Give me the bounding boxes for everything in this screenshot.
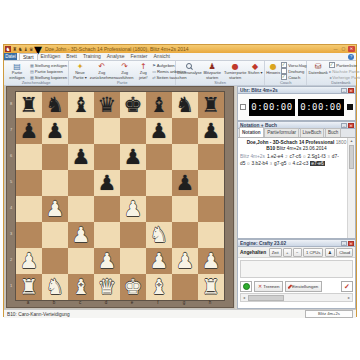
database-button[interactable]: ⛁ Datenbank	[308, 62, 328, 76]
square-e5[interactable]	[120, 170, 146, 196]
piece-white-pawn: ♟	[202, 248, 221, 274]
meta-token: Blitz 4m+2s	[240, 154, 265, 159]
rank-label-4: 4	[7, 195, 15, 221]
ribbon-tab-analyse[interactable]: Analyse	[104, 53, 128, 60]
ribbon-group-clipboard: ▤ Partie einfügen ▦ Stellung einfügen ▤ …	[4, 61, 69, 85]
rank-label-1: 1	[7, 273, 15, 299]
square-e8[interactable]: ♚	[120, 92, 146, 118]
ribbon-tab-ansicht[interactable]: Ansicht	[151, 53, 173, 60]
engine-time-button[interactable]: Zeit	[269, 248, 282, 257]
piece-black-pawn: ♟	[202, 118, 221, 144]
engine-panel: Engine: Crafty 23.02 – ✕ Angehalten Zeit…	[237, 239, 356, 309]
move-now-button[interactable]: ↑ Zug jetzt!	[135, 62, 151, 80]
notation-content: Doe,John - 3D-Schach 14 Professional 180…	[238, 138, 355, 238]
square-a4[interactable]	[16, 196, 42, 222]
rank-labels: 87654321	[7, 91, 15, 299]
engine-toolbar: Angehalten Zeit + − 1 CPUs ♟ Cloud	[238, 247, 355, 258]
ribbon-tab-fenster[interactable]: Fenster	[128, 53, 151, 60]
square-a3[interactable]	[16, 222, 42, 248]
square-g7[interactable]	[172, 118, 198, 144]
board-panel: 87654321 ♜♞♝♛♚♝♞♜♟♟♟♟♟♟♟♟♟♟♟♞♟♟♟♟♟♜♞♝♛♚♝…	[4, 86, 235, 309]
piece-black-knight: ♞	[46, 92, 65, 118]
infinite-analysis-button[interactable]: Daueranalyse	[177, 62, 201, 76]
square-b2[interactable]	[42, 248, 68, 274]
rank-label-5: 5	[7, 169, 15, 195]
piece-white-bishop: ♝	[72, 274, 91, 300]
move-token[interactable]: 2.Sg1-f3	[307, 154, 325, 159]
engine-analysis-area	[240, 260, 353, 278]
square-e4[interactable]: ♟	[120, 196, 146, 222]
square-e3[interactable]	[120, 222, 146, 248]
square-c6[interactable]: ♟	[68, 144, 94, 170]
square-f1[interactable]: ♝	[146, 274, 172, 300]
square-h2[interactable]: ♟	[198, 248, 224, 274]
engine-on-button[interactable]	[240, 281, 252, 292]
move-token[interactable]: c7-c6	[289, 154, 301, 159]
time-token: 0	[303, 154, 305, 159]
move-token[interactable]: 3.b2-b4	[252, 161, 268, 166]
square-f7[interactable]: ♟	[146, 118, 172, 144]
square-h6[interactable]	[198, 144, 224, 170]
app-window: ♞ ♜♞♝♛ ▾ Doe,John - 3D-Schach 14 Profess…	[3, 44, 357, 317]
black-clock: 0:00:00	[298, 99, 344, 116]
start-tournament-button[interactable]: ● Turnierpartie starten	[223, 62, 247, 80]
move-list[interactable]: Blitz 4m+2s1.e2-e42c7-c602.Sg1-f33d7-d50…	[240, 154, 347, 167]
piece-black-rook: ♜	[20, 92, 39, 118]
time-token: 0	[247, 161, 249, 166]
piece-black-pawn: ♟	[98, 170, 117, 196]
piece-white-rook: ♜	[202, 274, 221, 300]
engine-minus-button[interactable]: −	[293, 248, 301, 257]
forward-move-button[interactable]: ↷ Zug ausführen	[114, 62, 136, 80]
square-c5[interactable]	[68, 170, 94, 196]
quick-access-icon[interactable]: ♜	[13, 46, 17, 52]
square-b7[interactable]: ♟	[42, 118, 68, 144]
ribbon-tab-training[interactable]: Training	[80, 53, 104, 60]
close-panel-icon[interactable]: ✕	[348, 241, 354, 246]
notation-tabs: NotationPartieformularLiveBuchBuch	[238, 129, 355, 138]
engine-cpus-button[interactable]: 1 CPUs	[303, 248, 323, 257]
scroll-thumb[interactable]	[248, 295, 284, 301]
settings-button[interactable]: Einstellungen	[285, 281, 322, 292]
piece-black-bishop: ♝	[150, 92, 169, 118]
square-g1[interactable]	[172, 274, 198, 300]
right-column: Uhr: Blitz 4m+2s – ✕ 0:00:00 0:00:00 Not…	[237, 86, 356, 309]
clock-panel: Uhr: Blitz 4m+2s – ✕ 0:00:00 0:00:00	[237, 86, 356, 121]
white-clock: 0:00:00	[249, 99, 295, 116]
piece-white-knight: ♞	[150, 222, 169, 248]
square-a1[interactable]: ♜	[16, 274, 42, 300]
engine-bottom-bar: ✕ Trennen Einstellungen ✓	[238, 280, 355, 292]
file-label-a: a	[15, 298, 41, 307]
piece-black-pawn: ♟	[72, 144, 91, 170]
file-label-h: h	[197, 298, 223, 307]
file-label-c: c	[67, 298, 93, 307]
square-a7[interactable]: ♟	[16, 118, 42, 144]
piece-white-pawn: ♟	[20, 248, 39, 274]
square-e6[interactable]: ♟	[120, 144, 146, 170]
start-blitz-button[interactable]: ♟ Blitzpartie starten	[201, 62, 223, 80]
square-g5[interactable]: ♟	[172, 170, 198, 196]
time-token: 3	[270, 161, 272, 166]
square-f3[interactable]: ♞	[146, 222, 172, 248]
scroll-right-icon[interactable]: ►	[346, 296, 352, 300]
file-labels: abcdefgh	[15, 298, 223, 307]
move-token[interactable]: g7-g5	[274, 161, 286, 166]
ribbon-tab-row: Datei StartEinfügenBrettTrainingAnalyseF…	[4, 53, 356, 61]
notation-tab-partieformular[interactable]: Partieformular	[264, 128, 299, 137]
square-e1[interactable]: ♚	[120, 274, 146, 300]
piece-black-pawn: ♟	[176, 170, 195, 196]
rank-label-3: 3	[7, 221, 15, 247]
engine-status: Angehalten	[240, 250, 266, 255]
square-b1[interactable]: ♞	[42, 274, 68, 300]
square-c4[interactable]	[68, 196, 94, 222]
square-f8[interactable]: ♝	[146, 92, 172, 118]
scroll-left-icon[interactable]: ◄	[241, 296, 247, 300]
opening-name: B10: Caro-Kann-Verteidigung	[7, 312, 305, 317]
scissors-icon: ✕	[258, 282, 262, 291]
square-d8[interactable]: ♛	[94, 92, 120, 118]
file-label-b: b	[41, 298, 67, 307]
minimize-button[interactable]: —	[332, 46, 339, 52]
square-h4[interactable]	[198, 196, 224, 222]
notation-panel: Notation + Buch – ✕ NotationPartieformul…	[237, 121, 356, 239]
piece-black-knight: ♞	[176, 92, 195, 118]
take-back-button[interactable]: ↶ Zug zurücknehmen	[90, 62, 114, 80]
square-g3[interactable]	[172, 222, 198, 248]
rank-label-8: 8	[7, 91, 15, 117]
time-token: 0	[288, 161, 290, 166]
square-a8[interactable]: ♜	[16, 92, 42, 118]
square-h7[interactable]: ♟	[198, 118, 224, 144]
square-g4[interactable]	[172, 196, 198, 222]
rank-label-6: 6	[7, 143, 15, 169]
square-f6[interactable]	[146, 144, 172, 170]
move-token[interactable]: e7-e6	[310, 161, 324, 166]
ribbon: ▤ Partie einfügen ▦ Stellung einfügen ▤ …	[4, 61, 356, 86]
title-bar: ♞ ♜♞♝♛ ▾ Doe,John - 3D-Schach 14 Profess…	[4, 45, 356, 53]
close-panel-icon[interactable]: ✕	[348, 123, 354, 128]
piece-white-king: ♚	[124, 274, 143, 300]
square-e2[interactable]	[120, 248, 146, 274]
square-b3[interactable]	[42, 222, 68, 248]
ribbon-group-levels: Daueranalyse ♟ Blitzpartie starten ● Tur…	[176, 61, 265, 85]
piece-black-bishop: ♝	[72, 92, 91, 118]
copy-icon: ▤	[30, 69, 34, 74]
flag-icon: ⚑	[152, 63, 156, 68]
square-d3[interactable]	[94, 222, 120, 248]
engine-piece-icon[interactable]: ♟	[325, 248, 335, 257]
black-side-indicator	[347, 104, 353, 110]
ribbon-group-database: ⛁ Datenbank Partienliste ▸ Nächste Parti…	[307, 61, 360, 85]
close-panel-icon[interactable]: ✕	[348, 88, 354, 93]
ribbon-group-game: ✦ Neue Partie ▾ ↶ Zug zurücknehmen ↷ Zug…	[69, 61, 176, 85]
square-c1[interactable]: ♝	[68, 274, 94, 300]
status-bar: B10: Caro-Kann-Verteidigung Blitz 4m+2s	[4, 309, 356, 318]
window-title: Doe,John - 3D-Schach 14 Professional (18…	[45, 46, 332, 52]
notation-scrollbar[interactable]: ▲	[347, 138, 355, 238]
square-h3[interactable]	[198, 222, 224, 248]
handshake-icon: ▭	[152, 69, 156, 74]
engine-cloud-button[interactable]: Cloud	[336, 248, 353, 257]
rank-label-2: 2	[7, 247, 15, 273]
piece-white-pawn: ♟	[72, 222, 91, 248]
piece-black-pawn: ♟	[124, 144, 143, 170]
ribbon-tab-einfügen[interactable]: Einfügen	[38, 53, 64, 60]
square-d7[interactable]	[94, 118, 120, 144]
engine-plus-button[interactable]: +	[283, 248, 291, 257]
square-g6[interactable]	[172, 144, 198, 170]
previous-icon: ◂	[329, 75, 331, 80]
piece-white-pawn: ♟	[46, 196, 65, 222]
file-tab[interactable]: Datei	[4, 53, 17, 60]
ribbon-tabs: StartEinfügenBrettTrainingAnalyseFenster…	[19, 53, 173, 60]
square-c2[interactable]	[68, 248, 94, 274]
app-icon: ♞	[5, 46, 11, 52]
piece-white-pawn: ♟	[98, 248, 117, 274]
notation-tab-buch[interactable]: Buch	[325, 128, 341, 137]
square-a5[interactable]	[16, 170, 42, 196]
help-icon[interactable]: ?	[348, 54, 354, 60]
square-c3[interactable]: ♟	[68, 222, 94, 248]
ribbon-group-coach: ● Hinweis Vorschlag Drohung Coach Coach	[265, 61, 307, 85]
white-side-indicator	[240, 104, 246, 110]
square-h5[interactable]	[198, 170, 224, 196]
square-d4[interactable]	[94, 196, 120, 222]
file-label-e: e	[119, 298, 145, 307]
time-token: 2	[285, 154, 287, 159]
piece-white-queen: ♛	[98, 274, 117, 300]
piece-black-pawn: ♟	[150, 118, 169, 144]
board-frame: 87654321 ♜♞♝♛♚♝♞♜♟♟♟♟♟♟♟♟♟♟♟♞♟♟♟♟♟♜♞♝♛♚♝…	[6, 86, 234, 308]
piece-white-pawn: ♟	[150, 248, 169, 274]
square-a6[interactable]	[16, 144, 42, 170]
square-b5[interactable]	[42, 170, 68, 196]
desktop: { "game": "chess", "position": { "fen": …	[0, 0, 360, 360]
time-control-badge: Blitz 4m+2s	[305, 310, 353, 318]
minimize-panel-icon[interactable]: –	[341, 88, 347, 93]
square-g2[interactable]: ♟	[172, 248, 198, 274]
game-event: B10 Blitz 4m+2s 23.06.2014	[238, 146, 355, 152]
swap-icon: ⇄	[152, 75, 155, 80]
ribbon-tab-brett[interactable]: Brett	[63, 53, 80, 60]
square-d6[interactable]	[94, 144, 120, 170]
scroll-up-icon[interactable]: ▲	[348, 138, 355, 144]
engine-scrollbar[interactable]: ◄ ►	[240, 293, 353, 302]
piece-white-pawn: ♟	[124, 196, 143, 222]
disconnect-button[interactable]: ✕ Trennen	[254, 281, 283, 292]
file-label-g: g	[171, 298, 197, 307]
hint-button[interactable]: ● Hinweis	[266, 62, 280, 76]
copy-icon: ▦	[30, 75, 34, 80]
square-d2[interactable]: ♟	[94, 248, 120, 274]
square-d5[interactable]: ♟	[94, 170, 120, 196]
square-g8[interactable]: ♞	[172, 92, 198, 118]
minimize-panel-icon[interactable]: –	[341, 123, 347, 128]
ribbon-tab-start[interactable]: Start	[19, 53, 38, 60]
lets-check-icon[interactable]: ✓	[341, 281, 353, 292]
time-token: 3	[328, 154, 330, 159]
square-f4[interactable]	[146, 196, 172, 222]
square-a2[interactable]: ♟	[16, 248, 42, 274]
new-game-button[interactable]: ✦ Neue Partie ▾	[70, 62, 90, 80]
piece-black-queen: ♛	[98, 92, 117, 118]
square-c7[interactable]	[68, 118, 94, 144]
green-led-icon	[243, 283, 250, 290]
square-f2[interactable]: ♟	[146, 248, 172, 274]
piece-black-rook: ♜	[202, 92, 221, 118]
notation-tab-livebuch[interactable]: LiveBuch	[300, 128, 325, 137]
square-e7[interactable]	[120, 118, 146, 144]
square-h8[interactable]: ♜	[198, 92, 224, 118]
board-icon: ▦	[30, 63, 34, 68]
maximize-button[interactable]: ▢	[340, 46, 347, 52]
close-button[interactable]: ✕	[348, 46, 355, 52]
quick-access-toolbar: ♜♞♝♛	[12, 46, 34, 52]
piece-black-pawn: ♟	[20, 118, 39, 144]
clock-panel-title: Uhr: Blitz 4m+2s	[240, 88, 340, 93]
notation-tab-notation[interactable]: Notation	[239, 127, 264, 137]
square-b4[interactable]: ♟	[42, 196, 68, 222]
square-b6[interactable]	[42, 144, 68, 170]
quick-access-icon[interactable]: ♞	[18, 46, 22, 52]
checkbox-icon	[329, 62, 335, 68]
main-area: 87654321 ♜♞♝♛♚♝♞♜♟♟♟♟♟♟♟♟♟♟♟♞♟♟♟♟♟♜♞♝♛♚♝…	[4, 86, 356, 309]
quick-access-icon[interactable]: ♝	[23, 46, 27, 52]
square-c8[interactable]: ♝	[68, 92, 94, 118]
square-d1[interactable]: ♛	[94, 274, 120, 300]
square-b8[interactable]: ♞	[42, 92, 68, 118]
piece-white-bishop: ♝	[150, 274, 169, 300]
levels-button[interactable]: ◆ Stufen ▾	[247, 62, 263, 76]
piece-white-knight: ♞	[46, 274, 65, 300]
engine-panel-title: Engine: Crafty 23.02	[240, 241, 340, 246]
piece-black-pawn: ♟	[46, 118, 65, 144]
piece-black-king: ♚	[124, 92, 143, 118]
file-label-d: d	[93, 298, 119, 307]
quick-access-icon[interactable]: ♛	[29, 46, 33, 52]
minimize-panel-icon[interactable]: –	[341, 241, 347, 246]
scroll-thumb[interactable]	[349, 145, 354, 169]
paste-game-button[interactable]: ▤ Partie einfügen	[5, 62, 29, 80]
chess-board: ♜♞♝♛♚♝♞♜♟♟♟♟♟♟♟♟♟♟♟♞♟♟♟♟♟♜♞♝♛♚♝♜	[15, 91, 225, 301]
move-token[interactable]: 1.e2-e4	[267, 154, 283, 159]
square-f5[interactable]	[146, 170, 172, 196]
rank-label-7: 7	[7, 117, 15, 143]
window-controls: — ▢ ✕	[332, 46, 355, 52]
next-icon: ▸	[329, 69, 331, 74]
file-label-f: f	[145, 298, 171, 307]
square-h1[interactable]: ♜	[198, 274, 224, 300]
move-token[interactable]: 4.c2-c3	[293, 161, 309, 166]
piece-white-rook: ♜	[20, 274, 39, 300]
piece-white-pawn: ♟	[176, 248, 195, 274]
